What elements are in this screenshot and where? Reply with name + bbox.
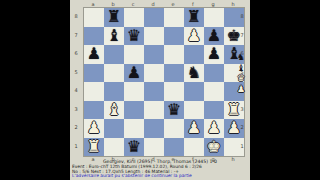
- square-g6[interactable]: ♟: [204, 45, 224, 64]
- square-e3[interactable]: ♛: [164, 101, 184, 120]
- rank-label-2-left: 2: [70, 118, 82, 137]
- piece-white-pawn: ♟: [87, 119, 101, 137]
- piece-white-pawn: ♟: [207, 119, 221, 137]
- rank-label-8-left: 8: [70, 7, 82, 26]
- piece-black-pawn: ♟: [207, 27, 221, 45]
- square-d2[interactable]: [144, 119, 164, 138]
- square-b1[interactable]: [104, 138, 124, 157]
- rank-label-3-left: 3: [70, 100, 82, 119]
- file-label-f-top: f: [183, 1, 203, 7]
- square-c2[interactable]: [124, 119, 144, 138]
- square-f1[interactable]: [184, 138, 204, 157]
- piece-black-queen: ♛: [167, 101, 181, 119]
- square-e8[interactable]: [164, 8, 184, 27]
- rank-label-5-left: 5: [70, 63, 82, 82]
- square-b2[interactable]: [104, 119, 124, 138]
- square-d4[interactable]: [144, 82, 164, 101]
- game-info-panel: Georgiev, Kiril (2695) - Thorp, Thomas (…: [72, 160, 248, 179]
- square-a5[interactable]: [84, 64, 104, 83]
- file-label-b-top: b: [103, 1, 123, 7]
- rank-label-1-right: 1: [236, 137, 248, 156]
- square-d1[interactable]: [144, 138, 164, 157]
- square-c4[interactable]: [124, 82, 144, 101]
- square-c6[interactable]: [124, 45, 144, 64]
- captured-material-column: ♞♝♛♟: [234, 52, 248, 94]
- square-a7[interactable]: [84, 27, 104, 46]
- piece-white-rook: ♜: [87, 138, 101, 156]
- rank-label-6-left: 6: [70, 44, 82, 63]
- square-a2[interactable]: ♟: [84, 119, 104, 138]
- square-e6[interactable]: [164, 45, 184, 64]
- square-a3[interactable]: [84, 101, 104, 120]
- piece-black-bishop: ♝: [107, 27, 121, 45]
- square-d7[interactable]: [144, 27, 164, 46]
- piece-black-queen: ♛: [127, 27, 141, 45]
- piece-white-bishop: ♝: [107, 101, 121, 119]
- comment-line: L'adversaire aurait pu s'abstenir de con…: [72, 174, 248, 179]
- piece-white-pawn: ♟: [187, 119, 201, 137]
- material-white-queen: ♛: [237, 73, 245, 84]
- square-g7[interactable]: ♟: [204, 27, 224, 46]
- square-c3[interactable]: [124, 101, 144, 120]
- square-e1[interactable]: [164, 138, 184, 157]
- file-label-d-top: d: [143, 1, 163, 7]
- square-f7[interactable]: ♟: [184, 27, 204, 46]
- square-c7[interactable]: ♛: [124, 27, 144, 46]
- rank-label-1-left: 1: [70, 137, 82, 156]
- square-g3[interactable]: [204, 101, 224, 120]
- material-black-knight: ♞: [237, 52, 245, 63]
- square-d6[interactable]: [144, 45, 164, 64]
- square-b5[interactable]: [104, 64, 124, 83]
- rank-label-4-left: 4: [70, 81, 82, 100]
- material-black-bishop: ♝: [237, 63, 245, 74]
- square-a1[interactable]: ♜: [84, 138, 104, 157]
- square-g2[interactable]: ♟: [204, 119, 224, 138]
- file-label-a-top: a: [83, 1, 103, 7]
- square-g1[interactable]: ♚: [204, 138, 224, 157]
- square-b3[interactable]: ♝: [104, 101, 124, 120]
- square-f6[interactable]: [184, 45, 204, 64]
- rank-label-2-right: 2: [236, 118, 248, 137]
- square-d5[interactable]: [144, 64, 164, 83]
- square-d3[interactable]: [144, 101, 164, 120]
- square-g4[interactable]: [204, 82, 224, 101]
- piece-black-pawn: ♟: [207, 45, 221, 63]
- file-label-c-top: c: [123, 1, 143, 7]
- piece-black-pawn: ♟: [87, 45, 101, 63]
- square-a4[interactable]: [84, 82, 104, 101]
- square-g5[interactable]: [204, 64, 224, 83]
- square-b6[interactable]: [104, 45, 124, 64]
- square-c8[interactable]: [124, 8, 144, 27]
- rank-label-8-right: 8: [236, 7, 248, 26]
- square-e4[interactable]: [164, 82, 184, 101]
- square-c5[interactable]: ♟: [124, 64, 144, 83]
- square-f5[interactable]: ♞: [184, 64, 204, 83]
- rank-label-7-right: 7: [236, 26, 248, 45]
- square-e2[interactable]: [164, 119, 184, 138]
- square-a6[interactable]: ♟: [84, 45, 104, 64]
- square-b7[interactable]: ♝: [104, 27, 124, 46]
- piece-black-pawn: ♟: [127, 64, 141, 82]
- chess-app-frame: ♜♜♝♛♟♟♚♟♟♝♟♞♝♛♜♟♟♟♟♜♛♚ aabbccddeeffgghh8…: [70, 0, 250, 180]
- square-a8[interactable]: [84, 8, 104, 27]
- square-f2[interactable]: ♟: [184, 119, 204, 138]
- square-f4[interactable]: [184, 82, 204, 101]
- square-d8[interactable]: [144, 8, 164, 27]
- piece-black-rook: ♜: [187, 8, 201, 26]
- material-white-pawn: ♟: [237, 84, 245, 95]
- square-b8[interactable]: ♜: [104, 8, 124, 27]
- piece-black-rook: ♜: [107, 8, 121, 26]
- piece-black-knight: ♞: [187, 64, 201, 82]
- square-f3[interactable]: [184, 101, 204, 120]
- piece-white-pawn: ♟: [187, 27, 201, 45]
- chess-board: ♜♜♝♛♟♟♚♟♟♝♟♞♝♛♜♟♟♟♟♜♛♚: [83, 7, 245, 157]
- square-f8[interactable]: ♜: [184, 8, 204, 27]
- video-frame: { "game": "chess", "position": { "fen": …: [0, 0, 320, 180]
- rank-label-3-right: 3: [236, 100, 248, 119]
- piece-black-queen: ♛: [127, 138, 141, 156]
- piece-white-king: ♚: [207, 138, 221, 156]
- square-g8[interactable]: [204, 8, 224, 27]
- square-c1[interactable]: ♛: [124, 138, 144, 157]
- rank-label-7-left: 7: [70, 26, 82, 45]
- square-e7[interactable]: [164, 27, 184, 46]
- square-e5[interactable]: [164, 64, 184, 83]
- file-label-e-top: e: [163, 1, 183, 7]
- square-b4[interactable]: [104, 82, 124, 101]
- file-label-g-top: g: [203, 1, 223, 7]
